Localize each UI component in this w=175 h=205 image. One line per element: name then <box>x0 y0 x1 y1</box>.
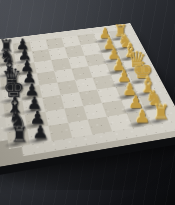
photo-vignette <box>0 0 175 205</box>
photo-scene: ♜♟♟♜♞♟♟♞♝♟♟♝♛♟♟♛♚♟♟♚♝♟♟♝♞♟♟♞♜♟♟♜ <box>0 0 175 205</box>
